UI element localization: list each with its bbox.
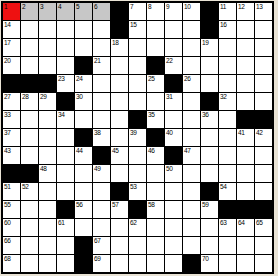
- cell-r3c2[interactable]: [21, 39, 38, 56]
- cell-r1c7: [111, 3, 128, 20]
- cell-r4c3[interactable]: [39, 57, 56, 74]
- cell-r10c15[interactable]: [255, 165, 272, 182]
- cell-r12c1[interactable]: 55: [3, 201, 20, 218]
- clue-number-52: 52: [22, 183, 29, 191]
- clue-number-68: 68: [4, 255, 11, 263]
- clue-number-6: 6: [94, 3, 97, 11]
- cell-r15c10[interactable]: [165, 255, 182, 272]
- cell-r3c5[interactable]: [75, 39, 92, 56]
- clue-number-10: 10: [184, 3, 191, 11]
- cell-r14c6[interactable]: 67: [93, 237, 110, 254]
- cell-r4c5: [75, 57, 92, 74]
- clue-number-11: 11: [220, 3, 226, 11]
- cell-r13c11[interactable]: [183, 219, 200, 236]
- clue-number-1: 1: [4, 3, 7, 11]
- clue-number-50: 50: [166, 165, 173, 173]
- cell-r8c6[interactable]: 38: [93, 129, 110, 146]
- cell-r3c15[interactable]: [255, 39, 272, 56]
- cell-r15c11: [183, 255, 200, 272]
- cell-r13c3[interactable]: [39, 219, 56, 236]
- cell-r15c4[interactable]: [57, 255, 74, 272]
- cell-r2c15[interactable]: [255, 21, 272, 38]
- cell-r7c15: [255, 111, 272, 128]
- cell-r7c11[interactable]: [183, 111, 200, 128]
- cell-r5c10: [165, 75, 182, 92]
- cell-r2c9[interactable]: [147, 21, 164, 38]
- cell-r12c8: [129, 201, 146, 218]
- cell-r7c3[interactable]: [39, 111, 56, 128]
- cell-r6c12: [201, 93, 218, 110]
- cell-r6c13[interactable]: 32: [219, 93, 236, 110]
- cell-r11c3[interactable]: [39, 183, 56, 200]
- clue-number-46: 46: [148, 147, 155, 155]
- cell-r9c6: [93, 147, 110, 164]
- cell-r6c15[interactable]: [255, 93, 272, 110]
- clue-number-28: 28: [22, 93, 29, 101]
- clue-number-40: 40: [166, 129, 173, 137]
- cell-r4c4[interactable]: [57, 57, 74, 74]
- cell-r4c13[interactable]: [219, 57, 236, 74]
- cell-r11c11[interactable]: [183, 183, 200, 200]
- cell-r1c2[interactable]: 2: [21, 3, 38, 20]
- cell-r10c12[interactable]: [201, 165, 218, 182]
- cell-r10c2: [21, 165, 38, 182]
- cell-r5c4[interactable]: 23: [57, 75, 74, 92]
- cell-r5c14[interactable]: [237, 75, 254, 92]
- clue-number-2: 2: [22, 3, 25, 11]
- clue-number-21: 21: [94, 57, 101, 65]
- cell-r15c12[interactable]: 70: [201, 255, 218, 272]
- cell-r3c11[interactable]: [183, 39, 200, 56]
- clue-number-29: 29: [40, 93, 47, 101]
- clue-number-56: 56: [76, 201, 83, 209]
- cell-r15c9[interactable]: [147, 255, 164, 272]
- cell-r5c8[interactable]: [129, 75, 146, 92]
- cell-r10c3[interactable]: 48: [39, 165, 56, 182]
- clue-number-14: 14: [4, 21, 11, 29]
- cell-r8c14[interactable]: 41: [237, 129, 254, 146]
- cell-r3c7[interactable]: 18: [111, 39, 128, 56]
- cell-r6c10[interactable]: 31: [165, 93, 182, 110]
- cell-r14c4[interactable]: [57, 237, 74, 254]
- cell-r11c7: [111, 183, 128, 200]
- cell-r15c5: [75, 255, 92, 272]
- clue-number-31: 31: [166, 93, 173, 101]
- clue-number-25: 25: [148, 75, 155, 83]
- clue-number-26: 26: [184, 75, 191, 83]
- cell-r9c11[interactable]: 47: [183, 147, 200, 164]
- clue-number-24: 24: [76, 75, 83, 83]
- cell-r13c1[interactable]: 60: [3, 219, 20, 236]
- cell-r11c15[interactable]: [255, 183, 272, 200]
- cell-r2c8[interactable]: 15: [129, 21, 146, 38]
- clue-number-43: 43: [4, 147, 11, 155]
- cell-r11c10[interactable]: [165, 183, 182, 200]
- cell-r2c13[interactable]: 16: [219, 21, 236, 38]
- cell-r10c1: [3, 165, 20, 182]
- cell-r11c6[interactable]: [93, 183, 110, 200]
- cell-r5c2: [21, 75, 38, 92]
- cell-r1c15[interactable]: 13: [255, 3, 272, 20]
- cell-r1c3[interactable]: 3: [39, 3, 56, 20]
- cell-r5c1: [3, 75, 20, 92]
- cell-r12c6[interactable]: [93, 201, 110, 218]
- cell-r10c8[interactable]: [129, 165, 146, 182]
- cell-r2c12: [201, 21, 218, 38]
- cell-r10c6[interactable]: 49: [93, 165, 110, 182]
- cell-r12c3[interactable]: [39, 201, 56, 218]
- cell-r15c2[interactable]: [21, 255, 38, 272]
- cell-r1c11[interactable]: 10: [183, 3, 200, 20]
- clue-number-39: 39: [130, 129, 137, 137]
- cell-r14c10[interactable]: [165, 237, 182, 254]
- cell-r1c12: [201, 3, 218, 20]
- cell-r9c1[interactable]: 43: [3, 147, 20, 164]
- cell-r12c7[interactable]: 57: [111, 201, 128, 218]
- cell-r6c9[interactable]: [147, 93, 164, 110]
- cell-r14c3[interactable]: [39, 237, 56, 254]
- clue-number-67: 67: [94, 237, 101, 245]
- cell-r14c9[interactable]: [147, 237, 164, 254]
- cell-r14c2[interactable]: [21, 237, 38, 254]
- cell-r3c12[interactable]: 19: [201, 39, 218, 56]
- cell-r13c8[interactable]: 62: [129, 219, 146, 236]
- cell-r9c14[interactable]: [237, 147, 254, 164]
- cell-r5c9[interactable]: 25: [147, 75, 164, 92]
- cell-r15c13[interactable]: [219, 255, 236, 272]
- cell-r7c12[interactable]: 36: [201, 111, 218, 128]
- cell-r3c1[interactable]: 17: [3, 39, 20, 56]
- cell-r5c12[interactable]: [201, 75, 218, 92]
- cell-r9c5[interactable]: 44: [75, 147, 92, 164]
- cell-r13c4[interactable]: 61: [57, 219, 74, 236]
- cell-r4c1[interactable]: 20: [3, 57, 20, 74]
- clue-number-22: 22: [166, 57, 173, 65]
- cell-r3c10[interactable]: [165, 39, 182, 56]
- cell-r11c13[interactable]: 54: [219, 183, 236, 200]
- cell-r14c14[interactable]: [237, 237, 254, 254]
- cell-r7c9[interactable]: 35: [147, 111, 164, 128]
- cell-r5c13[interactable]: [219, 75, 236, 92]
- cell-r8c5: [75, 129, 92, 146]
- cell-r13c2[interactable]: [21, 219, 38, 236]
- clue-number-70: 70: [202, 255, 209, 263]
- cell-r3c9[interactable]: [147, 39, 164, 56]
- cell-r4c11[interactable]: [183, 57, 200, 74]
- cell-r10c9[interactable]: [147, 165, 164, 182]
- cell-r8c9: [147, 129, 164, 146]
- cell-r2c3[interactable]: [39, 21, 56, 38]
- cell-r13c13[interactable]: 63: [219, 219, 236, 236]
- cell-r8c8[interactable]: 39: [129, 129, 146, 146]
- cell-r14c15[interactable]: [255, 237, 272, 254]
- cell-r1c5[interactable]: 5: [75, 3, 92, 20]
- cell-r14c5: [75, 237, 92, 254]
- cell-r9c9[interactable]: 46: [147, 147, 164, 164]
- cell-r6c8[interactable]: [129, 93, 146, 110]
- cell-r4c15[interactable]: [255, 57, 272, 74]
- cell-r11c12: [201, 183, 218, 200]
- cell-r4c9: [147, 57, 164, 74]
- cell-r3c8[interactable]: [129, 39, 146, 56]
- cell-r8c13[interactable]: [219, 129, 236, 146]
- cell-r3c13[interactable]: [219, 39, 236, 56]
- clue-number-27: 27: [4, 93, 11, 101]
- cell-r3c14[interactable]: [237, 39, 254, 56]
- cell-r12c12[interactable]: 59: [201, 201, 218, 218]
- clue-number-65: 65: [256, 219, 263, 227]
- cell-r10c14[interactable]: [237, 165, 254, 182]
- cell-r6c2[interactable]: 28: [21, 93, 38, 110]
- cell-r2c4[interactable]: [57, 21, 74, 38]
- cell-r13c12[interactable]: [201, 219, 218, 236]
- clue-number-63: 63: [220, 219, 227, 227]
- cell-r6c5[interactable]: 30: [75, 93, 92, 110]
- clue-number-8: 8: [148, 3, 151, 11]
- cell-r8c7[interactable]: [111, 129, 128, 146]
- cell-r4c2[interactable]: [21, 57, 38, 74]
- cell-r6c4: [57, 93, 74, 110]
- cell-r10c5[interactable]: [75, 165, 92, 182]
- clue-number-4: 4: [58, 3, 61, 11]
- clue-number-47: 47: [184, 147, 191, 155]
- cell-r11c4[interactable]: [57, 183, 74, 200]
- clue-number-53: 53: [130, 183, 137, 191]
- cell-r14c7[interactable]: [111, 237, 128, 254]
- cell-r12c4: [57, 201, 74, 218]
- cell-r6c3[interactable]: 29: [39, 93, 56, 110]
- cell-r9c7[interactable]: 45: [111, 147, 128, 164]
- cell-r7c13[interactable]: [219, 111, 236, 128]
- cell-r3c4[interactable]: [57, 39, 74, 56]
- cell-r13c15[interactable]: 65: [255, 219, 272, 236]
- cell-r9c4[interactable]: [57, 147, 74, 164]
- cell-r7c10[interactable]: [165, 111, 182, 128]
- clue-number-62: 62: [130, 219, 137, 227]
- cell-r11c9[interactable]: [147, 183, 164, 200]
- clue-number-23: 23: [58, 75, 65, 83]
- clue-number-44: 44: [76, 147, 83, 155]
- cell-r15c15[interactable]: [255, 255, 272, 272]
- cell-r13c14[interactable]: 64: [237, 219, 254, 236]
- clue-number-66: 66: [4, 237, 11, 245]
- cell-r8c15[interactable]: 42: [255, 129, 272, 146]
- cell-r6c7[interactable]: [111, 93, 128, 110]
- cell-r9c10: [165, 147, 182, 164]
- cell-r14c1[interactable]: 66: [3, 237, 20, 254]
- cell-r2c1[interactable]: 14: [3, 21, 20, 38]
- cell-r14c13[interactable]: [219, 237, 236, 254]
- cell-r5c7[interactable]: [111, 75, 128, 92]
- cell-r5c3: [39, 75, 56, 92]
- clue-number-17: 17: [4, 39, 11, 47]
- cell-r13c10[interactable]: [165, 219, 182, 236]
- cell-r8c10[interactable]: 40: [165, 129, 182, 146]
- cell-r6c6[interactable]: [93, 93, 110, 110]
- cell-r11c1[interactable]: 51: [3, 183, 20, 200]
- cell-r1c9[interactable]: 8: [147, 3, 164, 20]
- clue-number-64: 64: [238, 219, 245, 227]
- cell-r9c2[interactable]: [21, 147, 38, 164]
- cell-r12c13: [219, 201, 236, 218]
- cell-r12c14: [237, 201, 254, 218]
- clue-number-59: 59: [202, 201, 209, 209]
- cell-r9c13[interactable]: [219, 147, 236, 164]
- cell-r11c5[interactable]: [75, 183, 92, 200]
- clue-number-5: 5: [76, 3, 79, 11]
- cell-r15c8[interactable]: [129, 255, 146, 272]
- cell-r3c6[interactable]: [93, 39, 110, 56]
- cell-r4c12[interactable]: [201, 57, 218, 74]
- clue-number-55: 55: [4, 201, 11, 209]
- clue-number-69: 69: [94, 255, 101, 263]
- cell-r12c5[interactable]: 56: [75, 201, 92, 218]
- cell-r9c12[interactable]: [201, 147, 218, 164]
- cell-r8c2[interactable]: [21, 129, 38, 146]
- cell-r12c15: [255, 201, 272, 218]
- cell-r2c10[interactable]: [165, 21, 182, 38]
- cell-r7c7[interactable]: [111, 111, 128, 128]
- clue-number-49: 49: [94, 165, 101, 173]
- cell-r6c1[interactable]: 27: [3, 93, 20, 110]
- cell-r13c7[interactable]: [111, 219, 128, 236]
- cell-r4c10[interactable]: 22: [165, 57, 182, 74]
- clue-number-30: 30: [76, 93, 83, 101]
- cell-r15c14[interactable]: [237, 255, 254, 272]
- clue-number-34: 34: [58, 111, 65, 119]
- clue-number-60: 60: [4, 219, 11, 227]
- cell-r5c15[interactable]: [255, 75, 272, 92]
- cell-r13c5[interactable]: [75, 219, 92, 236]
- clue-number-32: 32: [220, 93, 227, 101]
- clue-number-41: 41: [238, 129, 245, 137]
- cell-r8c11[interactable]: [183, 129, 200, 146]
- cell-r2c14[interactable]: [237, 21, 254, 38]
- cell-r9c8[interactable]: [129, 147, 146, 164]
- cell-r12c11[interactable]: [183, 201, 200, 218]
- cell-r4c6[interactable]: 21: [93, 57, 110, 74]
- cell-r8c1[interactable]: 37: [3, 129, 20, 146]
- clue-number-9: 9: [166, 3, 169, 11]
- cell-r8c12[interactable]: [201, 129, 218, 146]
- cell-r8c3[interactable]: [39, 129, 56, 146]
- cell-r2c7: [111, 21, 128, 38]
- cell-r14c8[interactable]: [129, 237, 146, 254]
- cell-r1c10[interactable]: 9: [165, 3, 182, 20]
- clue-number-45: 45: [112, 147, 119, 155]
- cell-r3c3[interactable]: [39, 39, 56, 56]
- clue-number-15: 15: [130, 21, 137, 29]
- cell-r12c2[interactable]: [21, 201, 38, 218]
- cell-r15c1[interactable]: 68: [3, 255, 20, 272]
- cell-r7c2[interactable]: [21, 111, 38, 128]
- cell-r15c6[interactable]: 69: [93, 255, 110, 272]
- clue-number-16: 16: [220, 21, 227, 29]
- clue-number-61: 61: [58, 219, 65, 227]
- cell-r11c2[interactable]: 52: [21, 183, 38, 200]
- cell-r7c5[interactable]: [75, 111, 92, 128]
- cell-r15c7[interactable]: [111, 255, 128, 272]
- cell-r6c11[interactable]: [183, 93, 200, 110]
- cell-r9c15[interactable]: [255, 147, 272, 164]
- clue-number-12: 12: [238, 3, 245, 11]
- cell-r4c7[interactable]: [111, 57, 128, 74]
- cell-r14c12[interactable]: [201, 237, 218, 254]
- cell-r5c11[interactable]: 26: [183, 75, 200, 92]
- cell-r11c8[interactable]: 53: [129, 183, 146, 200]
- clue-number-33: 33: [4, 111, 11, 119]
- cell-r9c3[interactable]: [39, 147, 56, 164]
- crossword-grid: 1234567891011121314151617181920212223242…: [1, 1, 274, 274]
- cell-r7c6[interactable]: [93, 111, 110, 128]
- cell-r8c4[interactable]: [57, 129, 74, 146]
- clue-number-19: 19: [202, 39, 209, 47]
- clue-number-54: 54: [220, 183, 227, 191]
- cell-r2c5[interactable]: [75, 21, 92, 38]
- cell-r7c8: [129, 111, 146, 128]
- cell-r7c14: [237, 111, 254, 128]
- clue-number-48: 48: [40, 165, 47, 173]
- cell-r14c11[interactable]: [183, 237, 200, 254]
- cell-r7c4[interactable]: 34: [57, 111, 74, 128]
- cell-r1c1[interactable]: 1: [3, 3, 20, 20]
- cell-r10c13[interactable]: [219, 165, 236, 182]
- cell-r10c11[interactable]: [183, 165, 200, 182]
- clue-number-42: 42: [256, 129, 263, 137]
- cell-r10c4[interactable]: [57, 165, 74, 182]
- cell-r10c10[interactable]: 50: [165, 165, 182, 182]
- cell-r11c14[interactable]: [237, 183, 254, 200]
- cell-r4c14[interactable]: [237, 57, 254, 74]
- cell-r1c6[interactable]: 6: [93, 3, 110, 20]
- clue-number-20: 20: [4, 57, 11, 65]
- cell-r1c13[interactable]: 11: [219, 3, 236, 20]
- cell-r7c1[interactable]: 33: [3, 111, 20, 128]
- cell-r2c6[interactable]: [93, 21, 110, 38]
- clue-number-18: 18: [112, 39, 119, 47]
- clue-number-58: 58: [148, 201, 155, 209]
- cell-r12c10[interactable]: [165, 201, 182, 218]
- cell-r13c6[interactable]: [93, 219, 110, 236]
- clue-number-57: 57: [112, 201, 119, 209]
- cell-r4c8[interactable]: [129, 57, 146, 74]
- cell-r6c14[interactable]: [237, 93, 254, 110]
- cell-r1c14[interactable]: 12: [237, 3, 254, 20]
- clue-number-36: 36: [202, 111, 209, 119]
- clue-number-37: 37: [4, 129, 11, 137]
- cell-r13c9[interactable]: [147, 219, 164, 236]
- cell-r5c5[interactable]: 24: [75, 75, 92, 92]
- cell-r12c9[interactable]: 58: [147, 201, 164, 218]
- cell-r15c3[interactable]: [39, 255, 56, 272]
- clue-number-51: 51: [4, 183, 11, 191]
- clue-number-7: 7: [130, 3, 133, 11]
- clue-number-35: 35: [148, 111, 155, 119]
- clue-number-13: 13: [256, 3, 263, 11]
- clue-number-38: 38: [94, 129, 101, 137]
- cell-r2c2[interactable]: [21, 21, 38, 38]
- cell-r10c7[interactable]: [111, 165, 128, 182]
- cell-r5c6[interactable]: [93, 75, 110, 92]
- cell-r1c8[interactable]: 7: [129, 3, 146, 20]
- cell-r2c11[interactable]: [183, 21, 200, 38]
- clue-number-3: 3: [40, 3, 43, 11]
- cell-r1c4[interactable]: 4: [57, 3, 74, 20]
